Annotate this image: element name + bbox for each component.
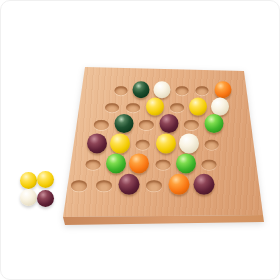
marble-orange[interactable] — [129, 153, 149, 173]
board-hole[interactable] — [202, 159, 217, 170]
marble-dark-green[interactable] — [133, 81, 150, 98]
marble-yellow[interactable] — [189, 97, 207, 115]
board-hole[interactable] — [71, 180, 87, 192]
marble-yellow[interactable] — [110, 133, 130, 153]
marble-green[interactable] — [204, 114, 223, 133]
marble-maroon[interactable] — [37, 190, 54, 207]
board-hole[interactable] — [155, 159, 170, 170]
board-cell[interactable] — [66, 173, 91, 198]
board-hole[interactable] — [85, 159, 100, 170]
marble-yellow[interactable] — [37, 171, 54, 188]
marble-orange[interactable] — [214, 81, 231, 98]
marble-dark-green[interactable] — [114, 114, 133, 133]
marble-maroon[interactable] — [118, 173, 139, 194]
board-hole[interactable] — [115, 86, 128, 96]
marble-green[interactable] — [106, 153, 126, 173]
board-hole[interactable] — [105, 103, 119, 113]
game-board — [63, 67, 266, 229]
board-hole[interactable] — [94, 120, 108, 130]
marble-white[interactable] — [153, 81, 170, 98]
marble-maroon[interactable] — [159, 114, 178, 133]
board-hole[interactable] — [176, 86, 189, 96]
board-row — [66, 173, 216, 198]
board-cell[interactable] — [116, 173, 141, 198]
marble-white[interactable] — [211, 97, 229, 115]
marble-white[interactable] — [20, 189, 37, 206]
marble-yellow[interactable] — [156, 133, 176, 153]
board-grid — [63, 67, 266, 229]
marble-yellow[interactable] — [146, 97, 164, 115]
board-game-photo — [0, 0, 280, 280]
marble-orange[interactable] — [168, 173, 189, 194]
board-hole[interactable] — [184, 120, 198, 130]
board-cell[interactable] — [191, 173, 216, 198]
board-hole[interactable] — [135, 139, 150, 150]
board-hole[interactable] — [127, 103, 141, 113]
board-cell[interactable] — [141, 173, 166, 198]
marble-maroon[interactable] — [87, 133, 107, 153]
board-hole[interactable] — [170, 103, 184, 113]
marble-white[interactable] — [179, 133, 199, 153]
board-hole[interactable] — [146, 180, 162, 192]
board-cell[interactable] — [166, 173, 191, 198]
marble-maroon[interactable] — [193, 173, 214, 194]
marble-yellow[interactable] — [20, 172, 37, 189]
board-hole[interactable] — [139, 120, 153, 130]
board-hole[interactable] — [196, 86, 209, 96]
board-hole[interactable] — [204, 139, 219, 150]
marble-green[interactable] — [176, 153, 196, 173]
board-hole[interactable] — [96, 180, 112, 192]
board-cell[interactable] — [91, 173, 116, 198]
